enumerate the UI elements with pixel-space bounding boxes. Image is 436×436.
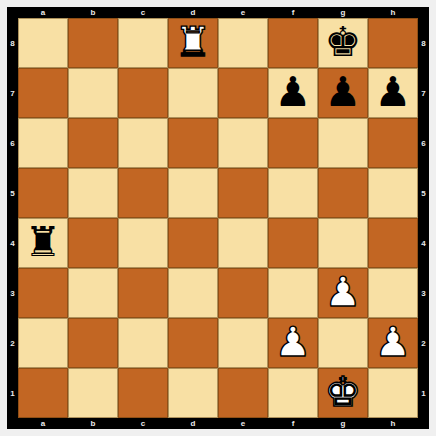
file-label-a: a <box>18 7 68 18</box>
square-f4[interactable] <box>268 218 318 268</box>
square-f5[interactable] <box>268 168 318 218</box>
square-d7[interactable] <box>168 68 218 118</box>
square-b5[interactable] <box>68 168 118 218</box>
square-g5[interactable] <box>318 168 368 218</box>
piece-white-rook-d8[interactable]: ♜ <box>175 17 212 67</box>
file-labels-bottom: abcdefgh <box>18 418 418 429</box>
rank-labels-left: 87654321 <box>7 18 18 418</box>
piece-black-rook-a4[interactable]: ♜ <box>25 217 62 267</box>
square-h8[interactable] <box>368 18 418 68</box>
square-e2[interactable] <box>218 318 268 368</box>
file-label-e: e <box>218 418 268 429</box>
square-b3[interactable] <box>68 268 118 318</box>
piece-black-pawn-g7[interactable]: ♟ <box>325 67 362 117</box>
square-d5[interactable] <box>168 168 218 218</box>
rank-label-1: 1 <box>7 368 18 418</box>
square-a2[interactable] <box>18 318 68 368</box>
file-label-f: f <box>268 418 318 429</box>
square-g8[interactable]: ♚ <box>318 18 368 68</box>
square-d2[interactable] <box>168 318 218 368</box>
square-h7[interactable]: ♟ <box>368 68 418 118</box>
square-b8[interactable] <box>68 18 118 68</box>
rank-labels-right: 87654321 <box>418 18 429 418</box>
file-label-b: b <box>68 418 118 429</box>
square-b7[interactable] <box>68 68 118 118</box>
rank-label-3: 3 <box>418 268 429 318</box>
file-label-c: c <box>118 418 168 429</box>
file-label-f: f <box>268 7 318 18</box>
rank-label-3: 3 <box>7 268 18 318</box>
chess-board: ♜♚♟♟♟♜♟♟♟♚ <box>18 18 418 418</box>
square-h3[interactable] <box>368 268 418 318</box>
rank-label-6: 6 <box>418 118 429 168</box>
file-label-h: h <box>368 7 418 18</box>
square-c1[interactable] <box>118 368 168 418</box>
rank-label-6: 6 <box>7 118 18 168</box>
square-e7[interactable] <box>218 68 268 118</box>
square-b2[interactable] <box>68 318 118 368</box>
square-g3[interactable]: ♟ <box>318 268 368 318</box>
square-e3[interactable] <box>218 268 268 318</box>
piece-black-king-g8[interactable]: ♚ <box>325 17 362 67</box>
square-c6[interactable] <box>118 118 168 168</box>
square-c8[interactable] <box>118 18 168 68</box>
square-d4[interactable] <box>168 218 218 268</box>
square-g2[interactable] <box>318 318 368 368</box>
file-label-h: h <box>368 418 418 429</box>
rank-label-5: 5 <box>7 168 18 218</box>
square-a7[interactable] <box>18 68 68 118</box>
square-d6[interactable] <box>168 118 218 168</box>
square-c5[interactable] <box>118 168 168 218</box>
square-b6[interactable] <box>68 118 118 168</box>
piece-white-pawn-g3[interactable]: ♟ <box>325 267 362 317</box>
square-h5[interactable] <box>368 168 418 218</box>
file-label-c: c <box>118 7 168 18</box>
square-c7[interactable] <box>118 68 168 118</box>
square-a3[interactable] <box>18 268 68 318</box>
rank-label-5: 5 <box>418 168 429 218</box>
file-label-d: d <box>168 418 218 429</box>
file-label-a: a <box>18 418 68 429</box>
rank-label-4: 4 <box>7 218 18 268</box>
square-g7[interactable]: ♟ <box>318 68 368 118</box>
piece-black-pawn-h7[interactable]: ♟ <box>375 67 412 117</box>
square-f7[interactable]: ♟ <box>268 68 318 118</box>
square-g6[interactable] <box>318 118 368 168</box>
square-b1[interactable] <box>68 368 118 418</box>
square-b4[interactable] <box>68 218 118 268</box>
square-f8[interactable] <box>268 18 318 68</box>
rank-label-8: 8 <box>418 18 429 68</box>
square-c3[interactable] <box>118 268 168 318</box>
square-h4[interactable] <box>368 218 418 268</box>
file-label-e: e <box>218 7 268 18</box>
rank-label-2: 2 <box>7 318 18 368</box>
square-f6[interactable] <box>268 118 318 168</box>
rank-label-4: 4 <box>418 218 429 268</box>
square-d8[interactable]: ♜ <box>168 18 218 68</box>
square-h1[interactable] <box>368 368 418 418</box>
file-label-g: g <box>318 418 368 429</box>
square-d3[interactable] <box>168 268 218 318</box>
page-background: abcdefgh abcdefgh 87654321 87654321 ♜♚♟♟… <box>0 0 436 436</box>
square-f3[interactable] <box>268 268 318 318</box>
square-g4[interactable] <box>318 218 368 268</box>
board-frame: abcdefgh abcdefgh 87654321 87654321 ♜♚♟♟… <box>7 7 429 429</box>
square-f2[interactable]: ♟ <box>268 318 318 368</box>
square-d1[interactable] <box>168 368 218 418</box>
square-a1[interactable] <box>18 368 68 418</box>
piece-black-pawn-f7[interactable]: ♟ <box>275 67 312 117</box>
square-a4[interactable]: ♜ <box>18 218 68 268</box>
square-c2[interactable] <box>118 318 168 368</box>
piece-white-pawn-f2[interactable]: ♟ <box>275 317 312 367</box>
square-e6[interactable] <box>218 118 268 168</box>
square-e8[interactable] <box>218 18 268 68</box>
square-h2[interactable]: ♟ <box>368 318 418 368</box>
square-e5[interactable] <box>218 168 268 218</box>
square-c4[interactable] <box>118 218 168 268</box>
rank-label-8: 8 <box>7 18 18 68</box>
square-h6[interactable] <box>368 118 418 168</box>
square-a5[interactable] <box>18 168 68 218</box>
rank-label-7: 7 <box>7 68 18 118</box>
rank-label-7: 7 <box>418 68 429 118</box>
square-e1[interactable] <box>218 368 268 418</box>
rank-label-2: 2 <box>418 318 429 368</box>
square-a6[interactable] <box>18 118 68 168</box>
rank-label-1: 1 <box>418 368 429 418</box>
piece-white-pawn-h2[interactable]: ♟ <box>375 317 412 367</box>
piece-white-king-g1[interactable]: ♚ <box>325 367 362 417</box>
square-f1[interactable] <box>268 368 318 418</box>
square-a8[interactable] <box>18 18 68 68</box>
square-g1[interactable]: ♚ <box>318 368 368 418</box>
square-e4[interactable] <box>218 218 268 268</box>
file-label-b: b <box>68 7 118 18</box>
